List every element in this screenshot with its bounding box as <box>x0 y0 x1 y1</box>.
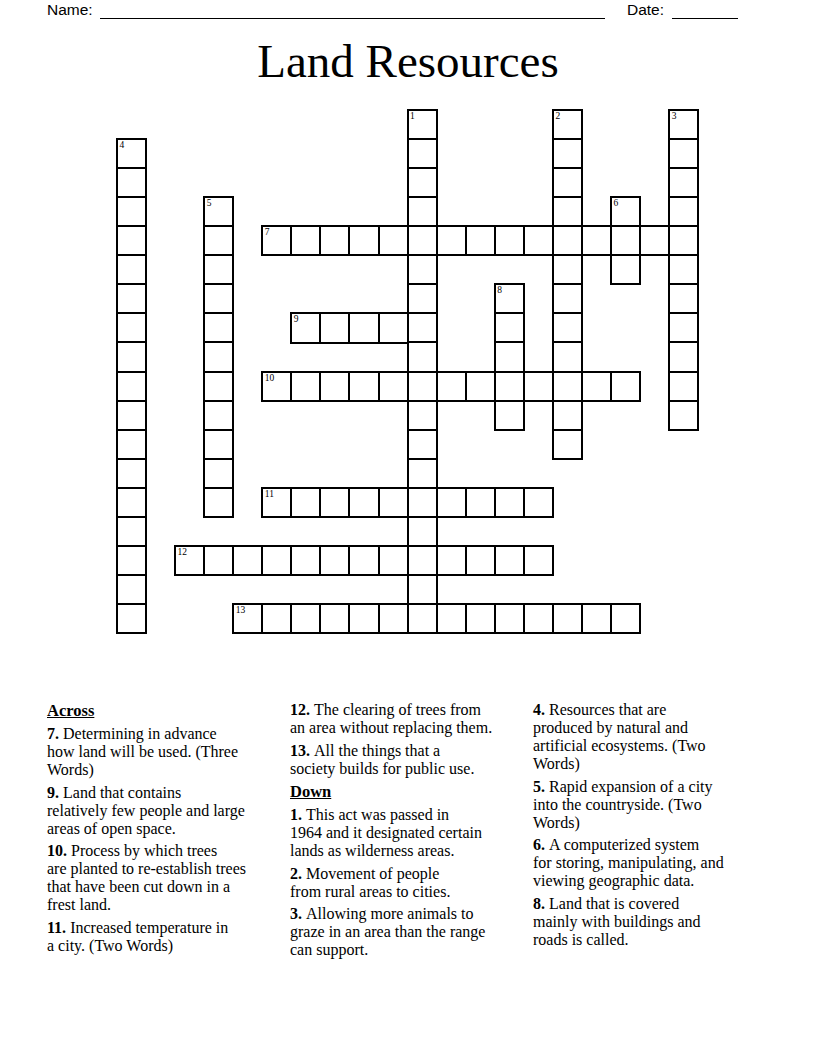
grid-cell-r17-c13[interactable] <box>494 603 525 634</box>
grid-cell-r9-c12[interactable] <box>465 371 496 402</box>
grid-cell-r15-c11[interactable] <box>436 545 467 576</box>
grid-cell-r17-c5[interactable] <box>261 603 292 634</box>
grid-cell-r2-c19[interactable] <box>668 167 699 198</box>
grid-cell-r9-c5[interactable]: 10 <box>261 371 292 402</box>
grid-cell-r7-c7[interactable] <box>319 312 350 343</box>
clue-number-4: 4 <box>120 140 125 151</box>
grid-cell-r17-c10[interactable] <box>407 603 438 634</box>
grid-cell-r7-c6[interactable]: 9 <box>290 312 321 343</box>
clue-column-2: 12. The clearing of trees froman area wi… <box>290 701 524 964</box>
date-label: Date: <box>627 1 664 19</box>
clue-number-8: 8 <box>497 285 502 296</box>
grid-cell-r9-c17[interactable] <box>610 371 641 402</box>
grid-cell-r17-c4[interactable]: 13 <box>232 603 263 634</box>
grid-cell-r15-c13[interactable] <box>494 545 525 576</box>
grid-cell-r5-c15[interactable] <box>552 254 583 285</box>
grid-cell-r1-c19[interactable] <box>668 138 699 169</box>
clue-13: 13. All the things that asociety builds … <box>290 742 524 778</box>
grid-cell-r14-c10[interactable] <box>407 516 438 547</box>
grid-cell-r4-c18[interactable] <box>639 225 670 256</box>
grid-cell-r8-c15[interactable] <box>552 341 583 372</box>
grid-cell-r6-c10[interactable] <box>407 283 438 314</box>
grid-cell-r3-c3[interactable]: 5 <box>203 196 234 227</box>
clue-number-6: 6 <box>614 198 619 209</box>
grid-cell-r8-c19[interactable] <box>668 341 699 372</box>
name-label: Name: <box>47 1 93 19</box>
grid-cell-r3-c19[interactable] <box>668 196 699 227</box>
clue-section-header-down: Down <box>290 782 524 801</box>
grid-cell-r9-c0[interactable] <box>116 371 147 402</box>
grid-cell-r17-c8[interactable] <box>348 603 379 634</box>
grid-cell-r9-c6[interactable] <box>290 371 321 402</box>
grid-cell-r5-c19[interactable] <box>668 254 699 285</box>
grid-cell-r7-c15[interactable] <box>552 312 583 343</box>
grid-cell-r17-c6[interactable] <box>290 603 321 634</box>
grid-cell-r13-c3[interactable] <box>203 487 234 518</box>
grid-cell-r4-c15[interactable] <box>552 225 583 256</box>
grid-cell-r5-c3[interactable] <box>203 254 234 285</box>
grid-cell-r13-c7[interactable] <box>319 487 350 518</box>
grid-cell-r2-c10[interactable] <box>407 167 438 198</box>
grid-cell-r6-c0[interactable] <box>116 283 147 314</box>
grid-cell-r4-c3[interactable] <box>203 225 234 256</box>
grid-cell-r4-c14[interactable] <box>523 225 554 256</box>
grid-cell-r10-c10[interactable] <box>407 400 438 431</box>
clue-number-10: 10 <box>265 373 275 384</box>
grid-cell-r10-c19[interactable] <box>668 400 699 431</box>
grid-cell-r13-c13[interactable] <box>494 487 525 518</box>
clue-column-3: 4. Resources that areproduced by natural… <box>533 701 767 964</box>
grid-cell-r4-c11[interactable] <box>436 225 467 256</box>
grid-cell-r5-c0[interactable] <box>116 254 147 285</box>
grid-cell-r4-c6[interactable] <box>290 225 321 256</box>
grid-cell-r9-c11[interactable] <box>436 371 467 402</box>
clue-9: 9. Land that containsrelatively few peop… <box>47 784 281 838</box>
grid-cell-r1-c0[interactable]: 4 <box>116 138 147 169</box>
grid-cell-r5-c17[interactable] <box>610 254 641 285</box>
grid-cell-r15-c10[interactable] <box>407 545 438 576</box>
grid-cell-r2-c15[interactable] <box>552 167 583 198</box>
grid-cell-r3-c0[interactable] <box>116 196 147 227</box>
grid-cell-r4-c13[interactable] <box>494 225 525 256</box>
grid-cell-r0-c19[interactable]: 3 <box>668 109 699 140</box>
clues-section: Across7. Determining in advancehow land … <box>47 701 767 964</box>
grid-cell-r13-c5[interactable]: 11 <box>261 487 292 518</box>
grid-cell-r13-c14[interactable] <box>523 487 554 518</box>
clue-number-11: 11 <box>265 489 274 500</box>
grid-cell-r8-c0[interactable] <box>116 341 147 372</box>
clue-6: 6. A computerized systemfor storing, man… <box>533 836 767 890</box>
grid-cell-r10-c15[interactable] <box>552 400 583 431</box>
grid-cell-r6-c19[interactable] <box>668 283 699 314</box>
grid-cell-r4-c17[interactable] <box>610 225 641 256</box>
grid-cell-r5-c10[interactable] <box>407 254 438 285</box>
clue-7: 7. Determining in advancehow land will b… <box>47 725 281 779</box>
crossword-worksheet: { "header": { "name_label": "Name:", "da… <box>0 0 816 1056</box>
grid-cell-r7-c8[interactable] <box>348 312 379 343</box>
grid-cell-r10-c13[interactable] <box>494 400 525 431</box>
grid-cell-r9-c7[interactable] <box>319 371 350 402</box>
grid-cell-r11-c0[interactable] <box>116 429 147 460</box>
grid-cell-r15-c8[interactable] <box>348 545 379 576</box>
grid-cell-r6-c3[interactable] <box>203 283 234 314</box>
grid-cell-r15-c2[interactable]: 12 <box>174 545 205 576</box>
grid-cell-r14-c0[interactable] <box>116 516 147 547</box>
grid-cell-r7-c0[interactable] <box>116 312 147 343</box>
clue-4: 4. Resources that areproduced by natural… <box>533 701 767 773</box>
grid-cell-r17-c17[interactable] <box>610 603 641 634</box>
clue-section-header-across: Across <box>47 701 281 720</box>
grid-cell-r0-c15[interactable]: 2 <box>552 109 583 140</box>
grid-cell-r6-c13[interactable]: 8 <box>494 283 525 314</box>
grid-cell-r7-c10[interactable] <box>407 312 438 343</box>
grid-cell-r13-c9[interactable] <box>378 487 409 518</box>
grid-cell-r15-c14[interactable] <box>523 545 554 576</box>
grid-cell-r4-c0[interactable] <box>116 225 147 256</box>
grid-cell-r9-c8[interactable] <box>348 371 379 402</box>
clue-number-7: 7 <box>265 227 270 238</box>
clue-8: 8. Land that is coveredmainly with build… <box>533 895 767 949</box>
grid-cell-r17-c9[interactable] <box>378 603 409 634</box>
clue-12: 12. The clearing of trees froman area wi… <box>290 701 524 737</box>
grid-cell-r11-c10[interactable] <box>407 429 438 460</box>
grid-cell-r4-c5[interactable]: 7 <box>261 225 292 256</box>
crossword-grid: 12345678910111213 <box>117 110 699 634</box>
grid-cell-r17-c0[interactable] <box>116 603 147 634</box>
grid-cell-r7-c13[interactable] <box>494 312 525 343</box>
grid-cell-r4-c9[interactable] <box>378 225 409 256</box>
grid-cell-r16-c0[interactable] <box>116 574 147 605</box>
grid-cell-r8-c13[interactable] <box>494 341 525 372</box>
grid-cell-r9-c15[interactable] <box>552 371 583 402</box>
grid-cell-r17-c16[interactable] <box>581 603 612 634</box>
grid-cell-r11-c3[interactable] <box>203 429 234 460</box>
grid-cell-r15-c0[interactable] <box>116 545 147 576</box>
grid-cell-r13-c6[interactable] <box>290 487 321 518</box>
grid-cell-r10-c3[interactable] <box>203 400 234 431</box>
grid-cell-r11-c15[interactable] <box>552 429 583 460</box>
grid-cell-r16-c10[interactable] <box>407 574 438 605</box>
clue-number-12: 12 <box>178 547 188 558</box>
clue-number-9: 9 <box>294 314 299 325</box>
clue-number-5: 5 <box>207 198 212 209</box>
name-blank-line[interactable] <box>100 18 605 19</box>
grid-cell-r13-c0[interactable] <box>116 487 147 518</box>
grid-cell-r4-c8[interactable] <box>348 225 379 256</box>
grid-cell-r13-c11[interactable] <box>436 487 467 518</box>
grid-cell-r9-c19[interactable] <box>668 371 699 402</box>
grid-cell-r12-c10[interactable] <box>407 458 438 489</box>
clue-column-1: Across7. Determining in advancehow land … <box>47 701 281 964</box>
grid-cell-r2-c0[interactable] <box>116 167 147 198</box>
clue-3: 3. Allowing more animals tograze in an a… <box>290 905 524 959</box>
grid-cell-r7-c9[interactable] <box>378 312 409 343</box>
puzzle-title: Land Resources <box>0 35 816 87</box>
clue-number-1: 1 <box>410 111 415 122</box>
grid-cell-r4-c19[interactable] <box>668 225 699 256</box>
grid-cell-r4-c16[interactable] <box>581 225 612 256</box>
grid-cell-r13-c10[interactable] <box>407 487 438 518</box>
clue-number-2: 2 <box>555 111 560 122</box>
clue-number-3: 3 <box>672 111 677 122</box>
grid-cell-r17-c7[interactable] <box>319 603 350 634</box>
grid-cell-r13-c8[interactable] <box>348 487 379 518</box>
grid-cell-r15-c12[interactable] <box>465 545 496 576</box>
grid-cell-r9-c16[interactable] <box>581 371 612 402</box>
grid-cell-r3-c10[interactable] <box>407 196 438 227</box>
clue-10: 10. Process by which treesare planted to… <box>47 842 281 914</box>
grid-cell-r8-c3[interactable] <box>203 341 234 372</box>
date-blank-line[interactable] <box>672 18 738 19</box>
grid-cell-r12-c3[interactable] <box>203 458 234 489</box>
grid-cell-r8-c10[interactable] <box>407 341 438 372</box>
grid-cell-r17-c11[interactable] <box>436 603 467 634</box>
clue-1: 1. This act was passed in1964 and it des… <box>290 806 524 860</box>
grid-cell-r15-c3[interactable] <box>203 545 234 576</box>
grid-cell-r12-c0[interactable] <box>116 458 147 489</box>
grid-cell-r4-c12[interactable] <box>465 225 496 256</box>
grid-cell-r17-c14[interactable] <box>523 603 554 634</box>
grid-cell-r9-c3[interactable] <box>203 371 234 402</box>
grid-cell-r9-c10[interactable] <box>407 371 438 402</box>
grid-cell-r17-c12[interactable] <box>465 603 496 634</box>
grid-cell-r1-c10[interactable] <box>407 138 438 169</box>
grid-cell-r9-c13[interactable] <box>494 371 525 402</box>
grid-cell-r3-c17[interactable]: 6 <box>610 196 641 227</box>
grid-cell-r6-c15[interactable] <box>552 283 583 314</box>
grid-cell-r13-c12[interactable] <box>465 487 496 518</box>
grid-cell-r15-c6[interactable] <box>290 545 321 576</box>
grid-cell-r3-c15[interactable] <box>552 196 583 227</box>
grid-cell-r9-c9[interactable] <box>378 371 409 402</box>
grid-cell-r4-c7[interactable] <box>319 225 350 256</box>
clue-5: 5. Rapid expansion of a cityinto the cou… <box>533 778 767 832</box>
grid-cell-r9-c14[interactable] <box>523 371 554 402</box>
grid-cell-r0-c10[interactable]: 1 <box>407 109 438 140</box>
grid-cell-r10-c0[interactable] <box>116 400 147 431</box>
grid-cell-r15-c7[interactable] <box>319 545 350 576</box>
grid-cell-r15-c9[interactable] <box>378 545 409 576</box>
grid-cell-r15-c5[interactable] <box>261 545 292 576</box>
grid-cell-r15-c4[interactable] <box>232 545 263 576</box>
grid-cell-r7-c3[interactable] <box>203 312 234 343</box>
grid-cell-r1-c15[interactable] <box>552 138 583 169</box>
grid-cell-r17-c15[interactable] <box>552 603 583 634</box>
grid-cell-r7-c19[interactable] <box>668 312 699 343</box>
clue-2: 2. Movement of peoplefrom rural areas to… <box>290 865 524 901</box>
clue-number-13: 13 <box>236 605 246 616</box>
clue-11: 11. Increased temperature ina city. (Two… <box>47 919 281 955</box>
grid-cell-r4-c10[interactable] <box>407 225 438 256</box>
